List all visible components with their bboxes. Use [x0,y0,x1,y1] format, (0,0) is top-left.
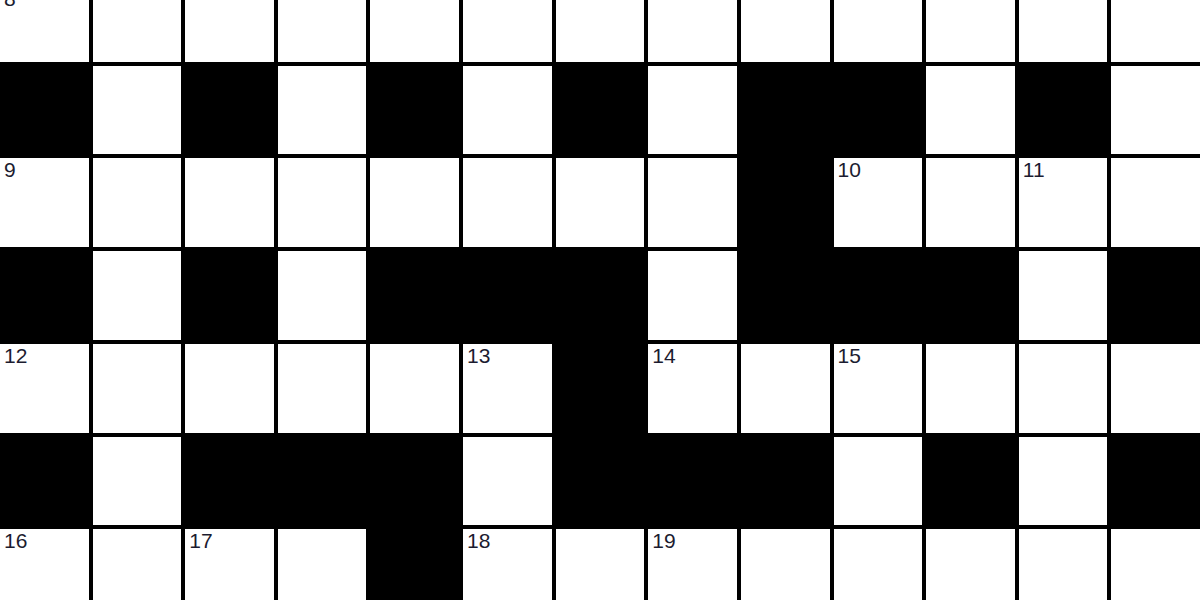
white-cell-r3c3[interactable] [183,156,276,249]
white-cell-r5c1[interactable]: 12 [0,342,91,435]
white-cell-r5c6[interactable]: 13 [461,342,554,435]
white-cell-r3c8[interactable] [646,156,739,249]
white-cell-r7c7[interactable] [554,527,647,600]
white-cell-r5c11[interactable] [924,342,1017,435]
black-cell-r6c7 [554,435,647,528]
white-cell-r5c8[interactable]: 14 [646,342,739,435]
white-cell-r5c12[interactable] [1017,342,1110,435]
white-cell-r1c3[interactable] [183,0,276,64]
white-cell-r1c11[interactable] [924,0,1017,64]
white-cell-r3c1[interactable]: 9 [0,156,91,249]
crossword-grid: 8910111213141516171819 [0,0,1200,600]
white-cell-r7c2[interactable] [91,527,184,600]
white-cell-r3c6[interactable] [461,156,554,249]
black-cell-r4c7 [554,249,647,342]
white-cell-r6c12[interactable] [1017,435,1110,528]
black-cell-r6c3 [183,435,276,528]
clue-number-13: 13 [467,345,490,366]
black-cell-r4c6 [461,249,554,342]
white-cell-r1c8[interactable] [646,0,739,64]
white-cell-r1c4[interactable] [276,0,369,64]
white-cell-r6c6[interactable] [461,435,554,528]
white-cell-r3c13[interactable] [1109,156,1200,249]
white-cell-r7c3[interactable]: 17 [183,527,276,600]
white-cell-r5c13[interactable] [1109,342,1200,435]
white-cell-r5c2[interactable] [91,342,184,435]
white-cell-r1c9[interactable] [739,0,832,64]
white-cell-r2c4[interactable] [276,64,369,157]
black-cell-r4c3 [183,249,276,342]
white-cell-r4c2[interactable] [91,249,184,342]
black-cell-r2c9 [739,64,832,157]
white-cell-r6c2[interactable] [91,435,184,528]
black-cell-r4c11 [924,249,1017,342]
white-cell-r1c13[interactable] [1109,0,1200,64]
white-cell-r7c4[interactable] [276,527,369,600]
white-cell-r1c12[interactable] [1017,0,1110,64]
white-cell-r7c1[interactable]: 16 [0,527,91,600]
white-cell-r3c11[interactable] [924,156,1017,249]
white-cell-r2c8[interactable] [646,64,739,157]
clue-number-11: 11 [1023,159,1045,180]
clue-number-9: 9 [4,159,16,180]
white-cell-r1c7[interactable] [554,0,647,64]
black-cell-r6c9 [739,435,832,528]
white-cell-r1c10[interactable] [832,0,925,64]
black-cell-r4c13 [1109,249,1200,342]
white-cell-r7c12[interactable] [1017,527,1110,600]
black-cell-r2c5 [368,64,461,157]
clue-number-16: 16 [4,530,27,551]
white-cell-r5c9[interactable] [739,342,832,435]
clue-number-17: 17 [189,530,212,551]
black-cell-r6c11 [924,435,1017,528]
clue-number-15: 15 [838,345,861,366]
black-cell-r4c1 [0,249,91,342]
white-cell-r3c7[interactable] [554,156,647,249]
black-cell-r6c4 [276,435,369,528]
white-cell-r1c2[interactable] [91,0,184,64]
black-cell-r6c5 [368,435,461,528]
black-cell-r2c3 [183,64,276,157]
black-cell-r6c8 [646,435,739,528]
black-cell-r4c10 [832,249,925,342]
clue-number-14: 14 [652,345,675,366]
black-cell-r3c9 [739,156,832,249]
black-cell-r7c5 [368,527,461,600]
black-cell-r2c12 [1017,64,1110,157]
clue-number-18: 18 [467,530,490,551]
white-cell-r7c10[interactable] [832,527,925,600]
white-cell-r7c13[interactable] [1109,527,1200,600]
white-cell-r2c6[interactable] [461,64,554,157]
white-cell-r4c4[interactable] [276,249,369,342]
crossword-viewport: 8910111213141516171819 [0,0,1200,600]
white-cell-r7c8[interactable]: 19 [646,527,739,600]
white-cell-r5c4[interactable] [276,342,369,435]
black-cell-r6c1 [0,435,91,528]
white-cell-r6c10[interactable] [832,435,925,528]
black-cell-r4c5 [368,249,461,342]
black-cell-r2c10 [832,64,925,157]
black-cell-r2c1 [0,64,91,157]
white-cell-r2c11[interactable] [924,64,1017,157]
white-cell-r2c2[interactable] [91,64,184,157]
white-cell-r3c10[interactable]: 10 [832,156,925,249]
clue-number-8: 8 [4,0,16,9]
white-cell-r5c3[interactable] [183,342,276,435]
white-cell-r2c13[interactable] [1109,64,1200,157]
white-cell-r1c1[interactable]: 8 [0,0,91,64]
white-cell-r5c10[interactable]: 15 [832,342,925,435]
white-cell-r3c4[interactable] [276,156,369,249]
white-cell-r7c9[interactable] [739,527,832,600]
white-cell-r4c12[interactable] [1017,249,1110,342]
white-cell-r7c11[interactable] [924,527,1017,600]
white-cell-r3c2[interactable] [91,156,184,249]
clue-number-12: 12 [4,345,27,366]
black-cell-r4c9 [739,249,832,342]
white-cell-r4c8[interactable] [646,249,739,342]
clue-number-19: 19 [652,530,675,551]
black-cell-r5c7 [554,342,647,435]
black-cell-r6c13 [1109,435,1200,528]
white-cell-r7c6[interactable]: 18 [461,527,554,600]
white-cell-r3c12[interactable]: 11 [1017,156,1110,249]
white-cell-r1c5[interactable] [368,0,461,64]
clue-number-10: 10 [838,159,861,180]
black-cell-r2c7 [554,64,647,157]
white-cell-r1c6[interactable] [461,0,554,64]
white-cell-r5c5[interactable] [368,342,461,435]
white-cell-r3c5[interactable] [368,156,461,249]
